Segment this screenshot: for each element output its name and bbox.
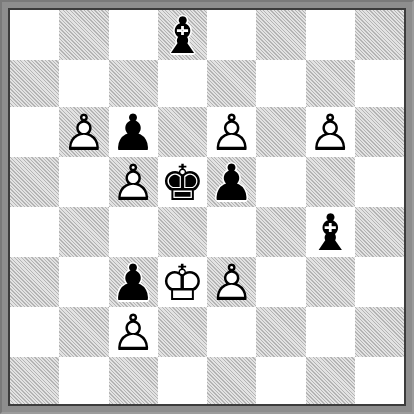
square-c8[interactable]	[109, 10, 158, 60]
white-king-glyph: ♔	[160, 258, 205, 308]
square-a1[interactable]	[10, 357, 59, 404]
square-c6[interactable]: ♟	[109, 107, 158, 157]
square-h2[interactable]	[355, 307, 404, 357]
square-a5[interactable]	[10, 157, 59, 207]
piece-black-pawn: ♟	[109, 108, 158, 158]
square-d8[interactable]: ♝	[158, 10, 207, 60]
square-b3[interactable]	[59, 257, 108, 307]
square-b8[interactable]	[59, 10, 108, 60]
square-g8[interactable]	[306, 10, 355, 60]
square-a3[interactable]	[10, 257, 59, 307]
black-king-glyph: ♚	[160, 158, 205, 208]
square-e4[interactable]	[207, 207, 256, 257]
square-g4[interactable]: ♝	[306, 207, 355, 257]
white-pawn-glyph: ♙	[111, 158, 156, 208]
square-d7[interactable]	[158, 60, 207, 107]
piece-white-pawn: ♟♙	[207, 108, 256, 158]
board-frame: ♝♟♙♟♟♙♟♙♟♙♚♟♝♟♚♔♟♙♟♙	[0, 0, 414, 414]
white-pawn-glyph: ♙	[209, 108, 254, 158]
square-g5[interactable]	[306, 157, 355, 207]
square-a2[interactable]	[10, 307, 59, 357]
black-bishop-glyph: ♝	[160, 11, 205, 61]
square-h5[interactable]	[355, 157, 404, 207]
square-d4[interactable]	[158, 207, 207, 257]
piece-white-pawn: ♟♙	[109, 158, 158, 208]
square-a7[interactable]	[10, 60, 59, 107]
square-c5[interactable]: ♟♙	[109, 157, 158, 207]
square-b2[interactable]	[59, 307, 108, 357]
square-f4[interactable]	[256, 207, 305, 257]
square-f8[interactable]	[256, 10, 305, 60]
piece-black-bishop: ♝	[306, 208, 355, 258]
square-e6[interactable]: ♟♙	[207, 107, 256, 157]
square-d5[interactable]: ♚	[158, 157, 207, 207]
square-b5[interactable]	[59, 157, 108, 207]
square-c4[interactable]	[109, 207, 158, 257]
square-d3[interactable]: ♚♔	[158, 257, 207, 307]
square-b1[interactable]	[59, 357, 108, 404]
board-border: ♝♟♙♟♟♙♟♙♟♙♚♟♝♟♚♔♟♙♟♙	[8, 8, 406, 406]
white-pawn-glyph: ♙	[111, 308, 156, 358]
black-pawn-glyph: ♟	[209, 158, 254, 208]
square-d1[interactable]	[158, 357, 207, 404]
black-bishop-glyph: ♝	[308, 208, 353, 258]
square-c2[interactable]: ♟♙	[109, 307, 158, 357]
square-c1[interactable]	[109, 357, 158, 404]
chess-board: ♝♟♙♟♟♙♟♙♟♙♚♟♝♟♚♔♟♙♟♙	[10, 10, 404, 404]
square-e5[interactable]: ♟	[207, 157, 256, 207]
square-b6[interactable]: ♟♙	[59, 107, 108, 157]
square-e7[interactable]	[207, 60, 256, 107]
square-f6[interactable]	[256, 107, 305, 157]
square-f1[interactable]	[256, 357, 305, 404]
square-g6[interactable]: ♟♙	[306, 107, 355, 157]
square-h7[interactable]	[355, 60, 404, 107]
square-f5[interactable]	[256, 157, 305, 207]
piece-black-pawn: ♟	[207, 158, 256, 208]
square-a4[interactable]	[10, 207, 59, 257]
square-a8[interactable]	[10, 10, 59, 60]
black-pawn-glyph: ♟	[111, 108, 156, 158]
square-e3[interactable]: ♟♙	[207, 257, 256, 307]
square-c3[interactable]: ♟	[109, 257, 158, 307]
square-h3[interactable]	[355, 257, 404, 307]
square-c7[interactable]	[109, 60, 158, 107]
piece-white-pawn: ♟♙	[306, 108, 355, 158]
square-b7[interactable]	[59, 60, 108, 107]
square-e2[interactable]	[207, 307, 256, 357]
square-f3[interactable]	[256, 257, 305, 307]
piece-white-pawn: ♟♙	[59, 108, 108, 158]
piece-white-pawn: ♟♙	[109, 308, 158, 358]
square-g1[interactable]	[306, 357, 355, 404]
piece-black-pawn: ♟	[109, 258, 158, 308]
square-g3[interactable]	[306, 257, 355, 307]
square-g7[interactable]	[306, 60, 355, 107]
square-a6[interactable]	[10, 107, 59, 157]
square-f2[interactable]	[256, 307, 305, 357]
square-h6[interactable]	[355, 107, 404, 157]
piece-black-king: ♚	[158, 158, 207, 208]
square-d6[interactable]	[158, 107, 207, 157]
square-g2[interactable]	[306, 307, 355, 357]
square-e8[interactable]	[207, 10, 256, 60]
square-f7[interactable]	[256, 60, 305, 107]
square-b4[interactable]	[59, 207, 108, 257]
white-pawn-glyph: ♙	[308, 108, 353, 158]
square-h8[interactable]	[355, 10, 404, 60]
square-d2[interactable]	[158, 307, 207, 357]
piece-black-bishop: ♝	[158, 11, 207, 61]
square-h1[interactable]	[355, 357, 404, 404]
white-pawn-glyph: ♙	[61, 108, 106, 158]
white-pawn-glyph: ♙	[209, 258, 254, 308]
piece-white-king: ♚♔	[158, 258, 207, 308]
piece-white-pawn: ♟♙	[207, 258, 256, 308]
square-h4[interactable]	[355, 207, 404, 257]
black-pawn-glyph: ♟	[111, 258, 156, 308]
square-e1[interactable]	[207, 357, 256, 404]
